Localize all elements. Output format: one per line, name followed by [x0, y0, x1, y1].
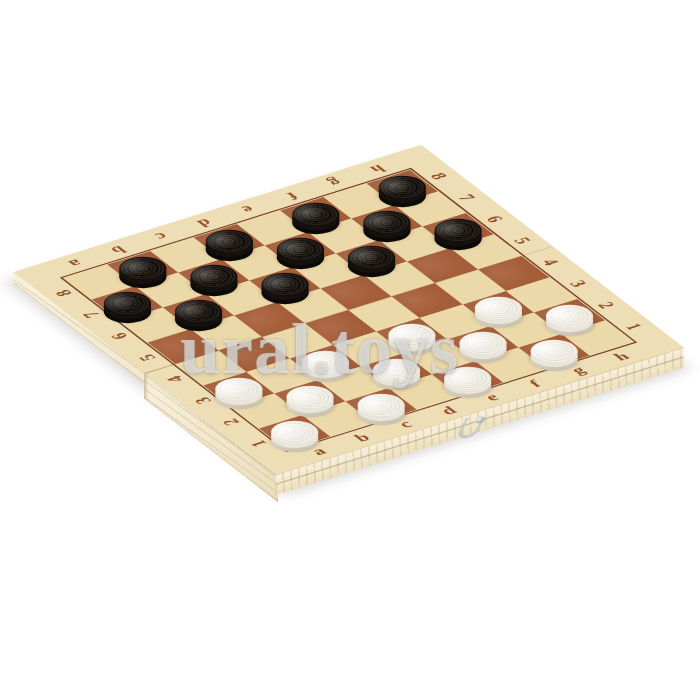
product-photo: aabbccddeeffgghh8877665544332211 ural.to… — [0, 0, 700, 700]
checker-white-g3[interactable] — [463, 291, 534, 326]
checker-black-d6[interactable] — [250, 267, 321, 302]
checker-black-c7[interactable] — [178, 259, 249, 294]
checker-black-g7[interactable] — [351, 205, 422, 240]
watermark: ural.toys — [180, 308, 459, 391]
checker-black-e7[interactable] — [265, 232, 336, 267]
checker-black-f6[interactable] — [336, 240, 407, 275]
